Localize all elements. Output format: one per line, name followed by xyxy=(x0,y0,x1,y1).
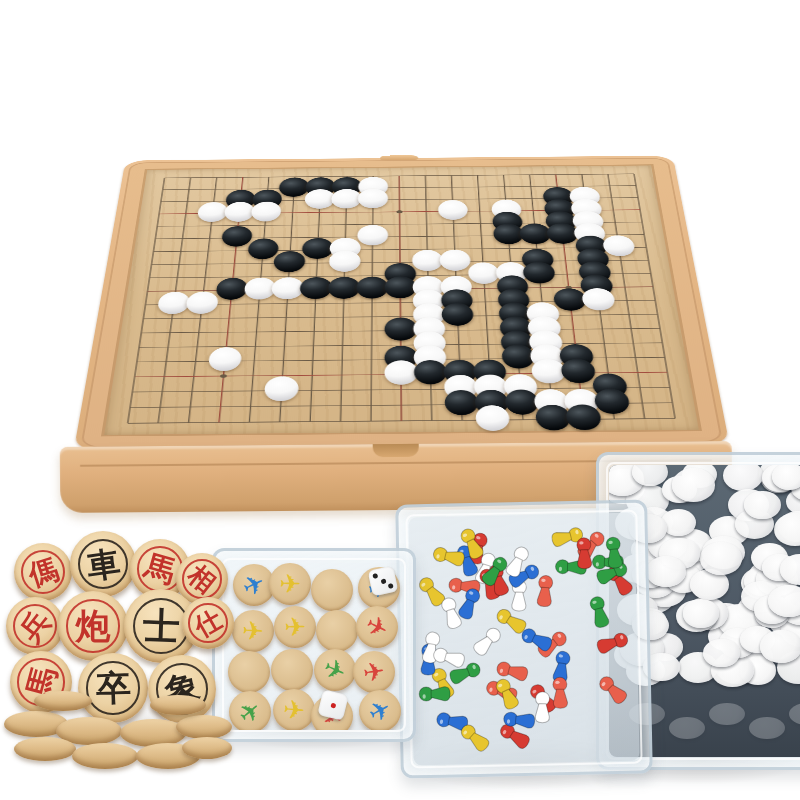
xiangqi-piece[interactable]: 傌 xyxy=(14,543,72,601)
go-stone-black[interactable] xyxy=(384,317,416,340)
white-go-stone xyxy=(700,542,742,575)
pegs-box-interior xyxy=(408,513,639,766)
die-pip xyxy=(388,583,394,589)
pawn-peg xyxy=(502,708,538,733)
aeroplane-tile: ✈ xyxy=(273,689,315,730)
aeroplane-tile xyxy=(316,610,358,652)
pawn-pegs-box[interactable] xyxy=(395,499,653,778)
aeroplane-tile: ✈ xyxy=(269,563,311,605)
stone-reflection xyxy=(749,717,785,739)
piece-character: 車 xyxy=(84,545,121,582)
aeroplane-tile xyxy=(311,569,353,611)
plane-icon: ✈ xyxy=(241,618,264,645)
go-board-grid[interactable] xyxy=(104,165,699,434)
xiangqi-piece-side xyxy=(150,695,206,715)
go-stone-white[interactable] xyxy=(358,188,388,208)
go-stone-white[interactable] xyxy=(329,251,360,272)
tiles-box-interior: ✈✈✈✈✈✈✈✈✈✈✈✈ xyxy=(224,560,404,730)
white-go-stone xyxy=(683,599,719,627)
white-go-stone xyxy=(672,468,715,502)
plane-icon: ✈ xyxy=(361,658,386,687)
piece-character: 卒 xyxy=(95,670,131,706)
pawn-peg xyxy=(594,670,634,710)
xiangqi-piece[interactable]: 車 xyxy=(70,531,136,597)
stone-reflection xyxy=(789,703,800,725)
go-stone-black[interactable] xyxy=(356,277,388,299)
xiangqi-piece[interactable]: 卒 xyxy=(78,653,148,723)
pawn-peg xyxy=(573,536,596,571)
aeroplane-tile: ✈ xyxy=(274,606,316,648)
xiangqi-pieces-stack[interactable]: 傌 車 馬 相 兵 炮 士 仕 馬 卒 象 xyxy=(0,505,225,755)
pawn-peg xyxy=(585,593,615,631)
xiangqi-piece-side xyxy=(34,691,92,711)
piece-character: 士 xyxy=(142,607,180,645)
product-photo-stage: ✈✈✈✈✈✈✈✈✈✈✈✈ 傌 車 馬 相 兵 炮 士 仕 馬 卒 象 xyxy=(0,0,800,800)
go-stone-white[interactable] xyxy=(412,250,443,271)
go-stone-white[interactable] xyxy=(384,360,417,385)
plane-icon: ✈ xyxy=(320,654,350,687)
pawn-peg xyxy=(548,676,571,711)
aeroplane-tile: ✈ xyxy=(232,610,274,652)
aeroplane-tile: ✈ xyxy=(356,606,398,648)
plane-icon: ✈ xyxy=(239,568,270,601)
plane-icon: ✈ xyxy=(279,571,301,597)
plane-icon: ✈ xyxy=(361,610,392,643)
aeroplane-tile xyxy=(228,651,270,693)
aeroplane-tile: ✈ xyxy=(314,649,356,691)
die-pip xyxy=(380,578,386,584)
white-go-stone xyxy=(760,630,800,663)
xiangqi-piece[interactable]: 仕 xyxy=(182,597,234,649)
white-go-stone xyxy=(703,639,740,668)
board-top-notch xyxy=(380,155,418,160)
piece-character: 炮 xyxy=(76,609,111,644)
xiangqi-piece-side xyxy=(14,737,76,761)
plane-icon: ✈ xyxy=(365,694,397,727)
go-stone-white[interactable] xyxy=(357,225,388,246)
go-stone-white[interactable] xyxy=(331,189,361,209)
plane-icon: ✈ xyxy=(282,696,306,724)
board-front-notch xyxy=(373,444,419,457)
go-stone-white[interactable] xyxy=(475,405,511,431)
go-stone-black[interactable] xyxy=(328,277,360,299)
xiangqi-piece[interactable]: 兵 xyxy=(6,597,64,655)
white-go-stone xyxy=(744,491,780,519)
aeroplane-tile xyxy=(271,649,313,691)
white-go-stone xyxy=(723,465,763,491)
go-stone-white[interactable] xyxy=(439,250,471,271)
go-board-top-surface xyxy=(74,156,730,451)
aeroplane-tile: ✈ xyxy=(229,691,271,730)
pawn-peg xyxy=(593,627,632,659)
plane-icon: ✈ xyxy=(284,614,306,640)
xiangqi-piece-side xyxy=(72,743,138,769)
die xyxy=(368,566,399,597)
xiangqi-piece-side xyxy=(176,715,232,739)
aeroplane-tile: ✈ xyxy=(353,651,395,693)
pawn-peg xyxy=(601,535,627,571)
go-stone-white[interactable] xyxy=(438,200,469,220)
aeroplane-tile: ✈ xyxy=(359,690,401,730)
aeroplane-tiles-box[interactable]: ✈✈✈✈✈✈✈✈✈✈✈✈ xyxy=(212,548,416,742)
go-stone-black[interactable] xyxy=(385,276,417,298)
stone-reflection xyxy=(709,703,745,725)
die-pip xyxy=(330,702,336,708)
xiangqi-piece-side xyxy=(182,737,232,759)
white-go-stone xyxy=(768,585,800,617)
xiangqi-piece[interactable]: 炮 xyxy=(58,591,128,661)
die-pip xyxy=(372,573,378,579)
white-go-stone xyxy=(774,513,800,546)
stone-reflection xyxy=(669,717,705,739)
go-board xyxy=(64,73,735,451)
go-stone-black[interactable] xyxy=(441,303,474,326)
pawn-peg xyxy=(418,683,452,705)
plane-icon: ✈ xyxy=(233,695,266,729)
go-stone-black[interactable] xyxy=(414,360,448,385)
